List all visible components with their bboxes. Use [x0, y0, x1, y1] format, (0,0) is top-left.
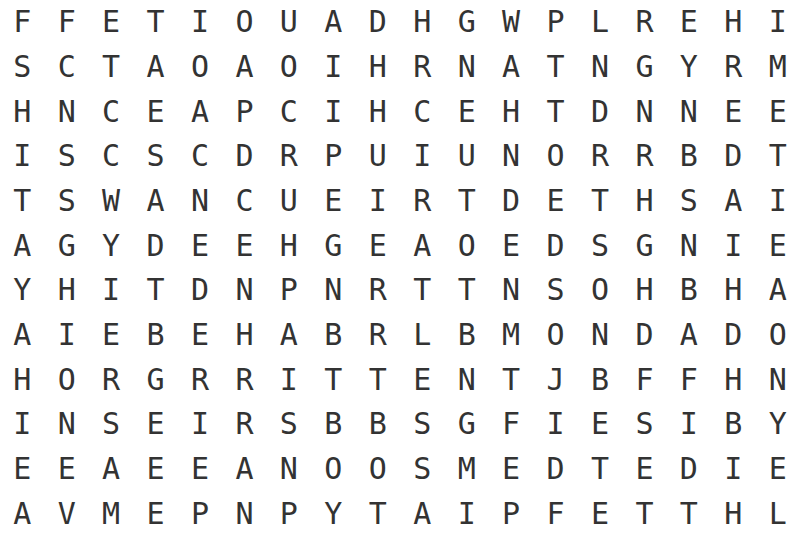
grid-cell[interactable]: H — [711, 268, 755, 313]
grid-cell[interactable]: H — [400, 0, 444, 45]
grid-cell[interactable]: B — [667, 134, 711, 179]
grid-cell[interactable]: E — [489, 223, 533, 268]
grid-cell[interactable]: T — [489, 357, 533, 402]
grid-cell[interactable]: N — [44, 89, 88, 134]
grid-cell[interactable]: R — [222, 357, 266, 402]
grid-cell[interactable]: O — [356, 447, 400, 492]
grid-cell[interactable]: G — [444, 402, 488, 447]
grid-cell[interactable]: N — [222, 491, 266, 536]
grid-cell[interactable]: E — [533, 179, 577, 224]
grid-cell[interactable]: I — [756, 179, 800, 224]
grid-cell[interactable]: W — [89, 179, 133, 224]
grid-cell[interactable]: H — [622, 179, 666, 224]
grid-cell[interactable]: A — [0, 223, 44, 268]
grid-cell[interactable]: D — [622, 313, 666, 358]
grid-cell[interactable]: N — [622, 89, 666, 134]
grid-cell[interactable]: T — [311, 357, 355, 402]
grid-cell[interactable]: R — [356, 268, 400, 313]
grid-cell[interactable]: A — [267, 313, 311, 358]
grid-cell[interactable]: U — [267, 179, 311, 224]
grid-cell[interactable]: N — [489, 134, 533, 179]
grid-cell[interactable]: N — [444, 357, 488, 402]
grid-cell[interactable]: A — [178, 89, 222, 134]
grid-cell[interactable]: R — [267, 134, 311, 179]
grid-cell[interactable]: R — [89, 357, 133, 402]
grid-cell[interactable]: N — [44, 402, 88, 447]
grid-cell[interactable]: N — [667, 223, 711, 268]
grid-cell[interactable]: B — [667, 268, 711, 313]
grid-cell[interactable]: N — [489, 268, 533, 313]
grid-cell[interactable]: C — [89, 89, 133, 134]
grid-cell[interactable]: A — [0, 313, 44, 358]
grid-cell[interactable]: T — [667, 491, 711, 536]
grid-cell[interactable]: N — [267, 447, 311, 492]
grid-cell[interactable]: P — [178, 491, 222, 536]
grid-cell[interactable]: S — [667, 179, 711, 224]
grid-cell[interactable]: O — [533, 313, 577, 358]
grid-cell[interactable]: B — [711, 402, 755, 447]
grid-cell[interactable]: A — [756, 268, 800, 313]
grid-cell[interactable]: A — [0, 491, 44, 536]
grid-cell[interactable]: N — [578, 313, 622, 358]
grid-cell[interactable]: D — [489, 179, 533, 224]
grid-cell[interactable]: E — [578, 491, 622, 536]
grid-cell[interactable]: T — [444, 179, 488, 224]
grid-cell[interactable]: R — [622, 0, 666, 45]
grid-cell[interactable]: U — [356, 134, 400, 179]
grid-cell[interactable]: E — [133, 447, 177, 492]
grid-cell[interactable]: E — [178, 313, 222, 358]
grid-cell[interactable]: I — [756, 0, 800, 45]
grid-cell[interactable]: Y — [667, 45, 711, 90]
grid-cell[interactable]: I — [267, 357, 311, 402]
grid-cell[interactable]: R — [578, 134, 622, 179]
grid-cell[interactable]: C — [400, 89, 444, 134]
grid-cell[interactable]: N — [578, 45, 622, 90]
grid-cell[interactable]: S — [533, 268, 577, 313]
grid-cell[interactable]: A — [667, 313, 711, 358]
grid-cell[interactable]: H — [356, 89, 400, 134]
grid-cell[interactable]: E — [133, 89, 177, 134]
grid-cell[interactable]: D — [533, 447, 577, 492]
grid-cell[interactable]: E — [400, 357, 444, 402]
grid-cell[interactable]: B — [578, 357, 622, 402]
grid-cell[interactable]: S — [133, 134, 177, 179]
grid-cell[interactable]: R — [711, 45, 755, 90]
grid-cell[interactable]: E — [356, 223, 400, 268]
grid-cell[interactable]: E — [44, 447, 88, 492]
grid-cell[interactable]: A — [311, 0, 355, 45]
grid-cell[interactable]: N — [178, 179, 222, 224]
grid-cell[interactable]: I — [0, 134, 44, 179]
grid-cell[interactable]: T — [133, 268, 177, 313]
grid-cell[interactable]: Y — [89, 223, 133, 268]
grid-cell[interactable]: O — [222, 0, 266, 45]
grid-cell[interactable]: E — [311, 179, 355, 224]
grid-cell[interactable]: P — [489, 491, 533, 536]
grid-cell[interactable]: C — [178, 134, 222, 179]
grid-cell[interactable]: T — [533, 89, 577, 134]
grid-cell[interactable]: H — [622, 268, 666, 313]
grid-cell[interactable]: S — [622, 402, 666, 447]
grid-cell[interactable]: B — [133, 313, 177, 358]
grid-cell[interactable]: I — [444, 491, 488, 536]
grid-cell[interactable]: E — [756, 447, 800, 492]
grid-cell[interactable]: E — [578, 402, 622, 447]
grid-cell[interactable]: H — [0, 89, 44, 134]
grid-cell[interactable]: E — [756, 223, 800, 268]
grid-cell[interactable]: T — [133, 0, 177, 45]
grid-cell[interactable]: E — [756, 89, 800, 134]
grid-cell[interactable]: O — [267, 45, 311, 90]
grid-cell[interactable]: I — [178, 402, 222, 447]
grid-cell[interactable]: I — [711, 223, 755, 268]
grid-cell[interactable]: T — [578, 179, 622, 224]
grid-cell[interactable]: I — [400, 134, 444, 179]
grid-cell[interactable]: H — [711, 357, 755, 402]
grid-cell[interactable]: D — [222, 134, 266, 179]
grid-cell[interactable]: N — [444, 45, 488, 90]
grid-cell[interactable]: E — [133, 402, 177, 447]
grid-cell[interactable]: Y — [0, 268, 44, 313]
grid-cell[interactable]: D — [133, 223, 177, 268]
grid-cell[interactable]: A — [489, 45, 533, 90]
grid-cell[interactable]: R — [400, 45, 444, 90]
grid-cell[interactable]: E — [89, 313, 133, 358]
grid-cell[interactable]: R — [622, 134, 666, 179]
grid-cell[interactable]: T — [400, 268, 444, 313]
grid-cell[interactable]: B — [444, 313, 488, 358]
grid-cell[interactable]: L — [400, 313, 444, 358]
grid-cell[interactable]: G — [44, 223, 88, 268]
grid-cell[interactable]: A — [222, 45, 266, 90]
grid-cell[interactable]: S — [400, 402, 444, 447]
grid-cell[interactable]: T — [444, 268, 488, 313]
grid-cell[interactable]: F — [489, 402, 533, 447]
grid-cell[interactable]: N — [667, 89, 711, 134]
grid-cell[interactable]: T — [356, 491, 400, 536]
grid-cell[interactable]: H — [356, 45, 400, 90]
grid-cell[interactable]: I — [533, 402, 577, 447]
grid-cell[interactable]: G — [444, 0, 488, 45]
grid-cell[interactable]: E — [711, 89, 755, 134]
grid-cell[interactable]: C — [89, 134, 133, 179]
grid-cell[interactable]: H — [44, 268, 88, 313]
grid-cell[interactable]: H — [0, 357, 44, 402]
grid-cell[interactable]: F — [667, 357, 711, 402]
grid-cell[interactable]: G — [622, 45, 666, 90]
grid-cell[interactable]: I — [667, 402, 711, 447]
grid-cell[interactable]: S — [89, 402, 133, 447]
grid-cell[interactable]: P — [267, 491, 311, 536]
grid-cell[interactable]: N — [311, 268, 355, 313]
grid-cell[interactable]: Y — [311, 491, 355, 536]
grid-cell[interactable]: R — [222, 402, 266, 447]
grid-cell[interactable]: D — [533, 223, 577, 268]
grid-cell[interactable]: E — [0, 447, 44, 492]
grid-cell[interactable]: E — [178, 223, 222, 268]
grid-cell[interactable]: V — [44, 491, 88, 536]
grid-cell[interactable]: A — [400, 491, 444, 536]
grid-cell[interactable]: S — [267, 402, 311, 447]
grid-cell[interactable]: R — [400, 179, 444, 224]
grid-cell[interactable]: I — [356, 179, 400, 224]
grid-cell[interactable]: H — [489, 89, 533, 134]
grid-cell[interactable]: E — [622, 447, 666, 492]
grid-cell[interactable]: P — [222, 89, 266, 134]
grid-cell[interactable]: P — [267, 268, 311, 313]
grid-cell[interactable]: I — [311, 89, 355, 134]
grid-cell[interactable]: G — [622, 223, 666, 268]
grid-cell[interactable]: F — [0, 0, 44, 45]
grid-cell[interactable]: D — [711, 313, 755, 358]
grid-cell[interactable]: A — [400, 223, 444, 268]
grid-cell[interactable]: S — [578, 223, 622, 268]
word-search-board: FFETIOUADHGWPLREHISCTAOAOIHRNATNGYRMHNCE… — [0, 0, 800, 536]
grid-cell[interactable]: A — [133, 45, 177, 90]
grid-cell[interactable]: O — [44, 357, 88, 402]
grid-cell[interactable]: M — [444, 447, 488, 492]
grid-cell[interactable]: D — [711, 134, 755, 179]
grid-cell[interactable]: N — [756, 357, 800, 402]
grid-cell[interactable]: E — [178, 447, 222, 492]
grid-cell[interactable]: P — [311, 134, 355, 179]
grid-cell[interactable]: C — [44, 45, 88, 90]
grid-cell[interactable]: A — [711, 179, 755, 224]
grid-cell[interactable]: I — [44, 313, 88, 358]
grid-cell[interactable]: T — [756, 134, 800, 179]
grid-cell[interactable]: M — [756, 45, 800, 90]
grid-cell[interactable]: T — [0, 179, 44, 224]
grid-cell[interactable]: I — [311, 45, 355, 90]
grid-cell[interactable]: E — [222, 223, 266, 268]
grid-cell[interactable]: I — [711, 447, 755, 492]
grid-cell[interactable]: D — [667, 447, 711, 492]
grid-cell[interactable]: R — [178, 357, 222, 402]
grid-cell[interactable]: S — [400, 447, 444, 492]
grid-cell[interactable]: F — [622, 357, 666, 402]
grid-cell[interactable]: L — [756, 491, 800, 536]
grid-cell[interactable]: B — [311, 402, 355, 447]
grid-cell[interactable]: T — [89, 45, 133, 90]
grid-cell[interactable]: U — [444, 134, 488, 179]
grid-cell[interactable]: A — [222, 447, 266, 492]
grid-cell[interactable]: S — [44, 179, 88, 224]
grid-cell[interactable]: I — [89, 268, 133, 313]
grid-cell[interactable]: H — [267, 223, 311, 268]
grid-cell[interactable]: Y — [756, 402, 800, 447]
grid-cell[interactable]: F — [533, 491, 577, 536]
grid-cell[interactable]: D — [356, 0, 400, 45]
grid-cell[interactable]: O — [311, 447, 355, 492]
grid-cell[interactable]: T — [578, 447, 622, 492]
grid-cell[interactable]: A — [89, 447, 133, 492]
grid-cell[interactable]: E — [133, 491, 177, 536]
grid-cell[interactable]: L — [578, 0, 622, 45]
grid-cell[interactable]: O — [578, 268, 622, 313]
grid-cell[interactable]: F — [44, 0, 88, 45]
grid-cell[interactable]: U — [267, 0, 311, 45]
grid-cell[interactable]: T — [533, 45, 577, 90]
grid-cell[interactable]: O — [178, 45, 222, 90]
grid-cell[interactable]: P — [533, 0, 577, 45]
grid-cell[interactable]: E — [489, 447, 533, 492]
grid-cell[interactable]: D — [578, 89, 622, 134]
grid-cell[interactable]: B — [311, 313, 355, 358]
grid-cell[interactable]: O — [533, 134, 577, 179]
grid-cell[interactable]: T — [622, 491, 666, 536]
grid-cell[interactable]: E — [89, 0, 133, 45]
grid-cell[interactable]: A — [133, 179, 177, 224]
grid-cell[interactable]: O — [756, 313, 800, 358]
grid-cell[interactable]: W — [489, 0, 533, 45]
grid-cell[interactable]: S — [0, 45, 44, 90]
grid-cell[interactable]: H — [711, 0, 755, 45]
grid-cell[interactable]: G — [311, 223, 355, 268]
grid-cell[interactable]: E — [667, 0, 711, 45]
grid-cell[interactable]: M — [489, 313, 533, 358]
grid-cell[interactable]: O — [444, 223, 488, 268]
grid-cell[interactable]: I — [178, 0, 222, 45]
grid-cell[interactable]: R — [356, 313, 400, 358]
grid-cell[interactable]: S — [44, 134, 88, 179]
grid-cell[interactable]: G — [133, 357, 177, 402]
grid-cell[interactable]: D — [178, 268, 222, 313]
grid-cell[interactable]: H — [711, 491, 755, 536]
grid-cell[interactable]: I — [0, 402, 44, 447]
grid-cell[interactable]: M — [89, 491, 133, 536]
grid-cell[interactable]: H — [222, 313, 266, 358]
grid-cell[interactable]: B — [356, 402, 400, 447]
grid-cell[interactable]: E — [444, 89, 488, 134]
grid-cell[interactable]: T — [356, 357, 400, 402]
grid-cell[interactable]: C — [222, 179, 266, 224]
grid-cell[interactable]: C — [267, 89, 311, 134]
grid-cell[interactable]: J — [533, 357, 577, 402]
grid-cell[interactable]: N — [222, 268, 266, 313]
